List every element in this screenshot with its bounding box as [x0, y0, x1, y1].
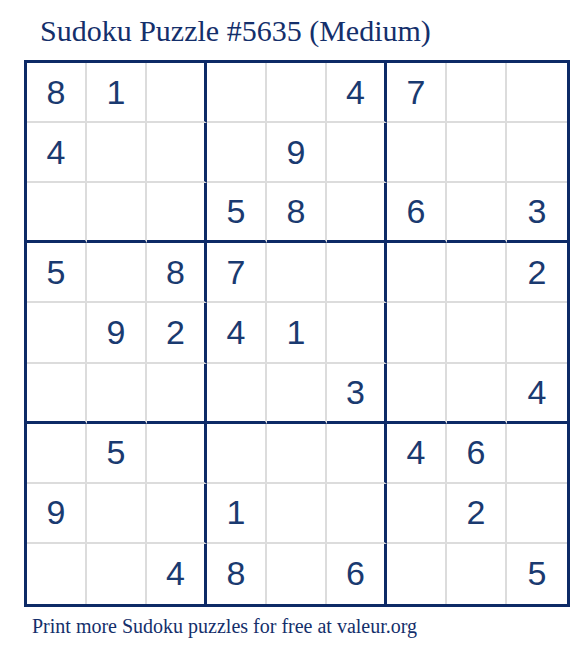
- sudoku-cell-r8c9: [507, 484, 567, 544]
- sudoku-given-r2c1: 4: [27, 123, 87, 183]
- sudoku-cell-r4c2: [87, 243, 147, 303]
- sudoku-cell-r8c5: [267, 484, 327, 544]
- sudoku-cell-r7c1: [27, 424, 87, 484]
- sudoku-board: 814749586358729241345469124865: [24, 60, 570, 607]
- sudoku-cell-r7c4: [207, 424, 267, 484]
- sudoku-cell-r6c4: [207, 364, 267, 424]
- footer-credit: Print more Sudoku puzzles for free at va…: [32, 614, 417, 638]
- sudoku-cell-r5c8: [447, 303, 507, 363]
- sudoku-given-r3c7: 6: [387, 183, 447, 243]
- sudoku-cell-r9c8: [447, 544, 507, 604]
- sudoku-given-r8c8: 2: [447, 484, 507, 544]
- sudoku-cell-r8c2: [87, 484, 147, 544]
- sudoku-cell-r6c7: [387, 364, 447, 424]
- sudoku-cell-r8c7: [387, 484, 447, 544]
- sudoku-given-r5c5: 1: [267, 303, 327, 363]
- sudoku-cell-r2c7: [387, 123, 447, 183]
- sudoku-cell-r3c1: [27, 183, 87, 243]
- page-title: Sudoku Puzzle #5635 (Medium): [40, 13, 431, 49]
- sudoku-cell-r1c5: [267, 63, 327, 123]
- sudoku-cell-r3c6: [327, 183, 387, 243]
- sudoku-cell-r7c5: [267, 424, 327, 484]
- sudoku-given-r4c9: 2: [507, 243, 567, 303]
- sudoku-cell-r4c7: [387, 243, 447, 303]
- sudoku-given-r7c8: 6: [447, 424, 507, 484]
- sudoku-given-r9c9: 5: [507, 544, 567, 604]
- sudoku-given-r9c4: 8: [207, 544, 267, 604]
- sudoku-given-r7c2: 5: [87, 424, 147, 484]
- sudoku-cell-r4c8: [447, 243, 507, 303]
- sudoku-given-r1c7: 7: [387, 63, 447, 123]
- sudoku-cell-r4c6: [327, 243, 387, 303]
- sudoku-cell-r4c5: [267, 243, 327, 303]
- sudoku-cell-r9c2: [87, 544, 147, 604]
- sudoku-cell-r6c3: [147, 364, 207, 424]
- sudoku-cell-r9c7: [387, 544, 447, 604]
- sudoku-cell-r2c3: [147, 123, 207, 183]
- sudoku-cell-r6c8: [447, 364, 507, 424]
- sudoku-cell-r2c6: [327, 123, 387, 183]
- sudoku-cell-r1c9: [507, 63, 567, 123]
- sudoku-given-r3c9: 3: [507, 183, 567, 243]
- sudoku-given-r3c4: 5: [207, 183, 267, 243]
- sudoku-cell-r6c1: [27, 364, 87, 424]
- sudoku-given-r2c5: 9: [267, 123, 327, 183]
- sudoku-cell-r6c2: [87, 364, 147, 424]
- sudoku-given-r4c4: 7: [207, 243, 267, 303]
- sudoku-given-r4c1: 5: [27, 243, 87, 303]
- sudoku-cell-r3c3: [147, 183, 207, 243]
- sudoku-given-r4c3: 8: [147, 243, 207, 303]
- sudoku-given-r8c4: 1: [207, 484, 267, 544]
- sudoku-cell-r8c6: [327, 484, 387, 544]
- sudoku-cell-r5c7: [387, 303, 447, 363]
- sudoku-cell-r2c4: [207, 123, 267, 183]
- sudoku-cell-r5c1: [27, 303, 87, 363]
- sudoku-cell-r2c2: [87, 123, 147, 183]
- sudoku-given-r5c3: 2: [147, 303, 207, 363]
- sudoku-given-r5c4: 4: [207, 303, 267, 363]
- sudoku-given-r3c5: 8: [267, 183, 327, 243]
- sudoku-cell-r3c8: [447, 183, 507, 243]
- sudoku-cell-r9c1: [27, 544, 87, 604]
- sudoku-cell-r7c6: [327, 424, 387, 484]
- sudoku-given-r5c2: 9: [87, 303, 147, 363]
- sudoku-cell-r9c5: [267, 544, 327, 604]
- sudoku-cell-r2c9: [507, 123, 567, 183]
- sudoku-cell-r7c3: [147, 424, 207, 484]
- sudoku-given-r1c6: 4: [327, 63, 387, 123]
- sudoku-cell-r8c3: [147, 484, 207, 544]
- sudoku-cell-r1c4: [207, 63, 267, 123]
- sudoku-cell-r7c9: [507, 424, 567, 484]
- sudoku-cell-r1c8: [447, 63, 507, 123]
- sudoku-given-r6c6: 3: [327, 364, 387, 424]
- sudoku-cell-r6c5: [267, 364, 327, 424]
- sudoku-cell-r2c8: [447, 123, 507, 183]
- sudoku-page: Sudoku Puzzle #5635 (Medium) 81474958635…: [0, 0, 574, 651]
- sudoku-cell-r5c6: [327, 303, 387, 363]
- sudoku-given-r9c6: 6: [327, 544, 387, 604]
- sudoku-cell-r3c2: [87, 183, 147, 243]
- sudoku-cell-r5c9: [507, 303, 567, 363]
- sudoku-cell-r1c3: [147, 63, 207, 123]
- sudoku-given-r9c3: 4: [147, 544, 207, 604]
- sudoku-given-r1c2: 1: [87, 63, 147, 123]
- sudoku-given-r1c1: 8: [27, 63, 87, 123]
- sudoku-given-r7c7: 4: [387, 424, 447, 484]
- sudoku-given-r6c9: 4: [507, 364, 567, 424]
- sudoku-given-r8c1: 9: [27, 484, 87, 544]
